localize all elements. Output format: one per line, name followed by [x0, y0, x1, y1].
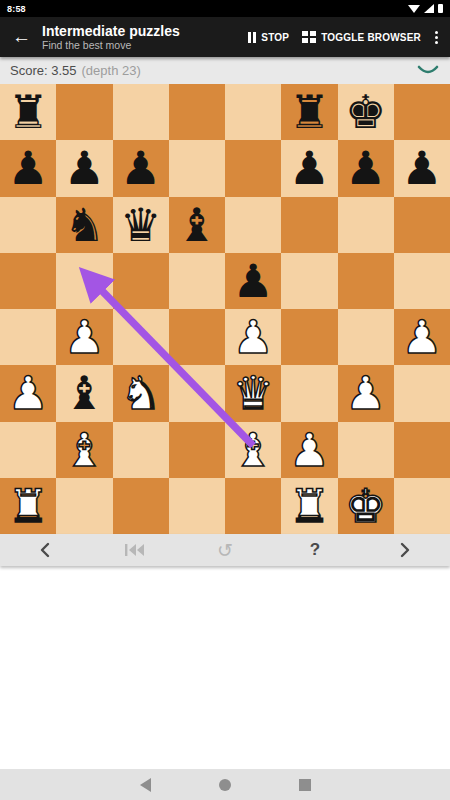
clock: 8:58	[7, 4, 26, 14]
square-f8[interactable]: ♜	[281, 84, 337, 140]
square-h5[interactable]	[394, 253, 450, 309]
grid-icon	[302, 31, 316, 43]
square-g2[interactable]	[338, 422, 394, 478]
square-b5[interactable]	[56, 253, 112, 309]
white-pawn: ♟	[338, 365, 394, 421]
back-arrow-icon[interactable]: ←	[12, 26, 42, 48]
app-bar-titles: Intermediate puzzles Find the best move	[42, 23, 235, 51]
white-pawn: ♟	[394, 309, 450, 365]
stop-button-label: STOP	[261, 32, 289, 43]
square-h1[interactable]	[394, 478, 450, 534]
black-bishop: ♝	[56, 365, 112, 421]
page-subtitle: Find the best move	[42, 39, 235, 51]
square-b3[interactable]: ♝	[56, 365, 112, 421]
square-c4[interactable]	[113, 309, 169, 365]
square-b6[interactable]: ♞	[56, 197, 112, 253]
white-pawn: ♟	[225, 309, 281, 365]
square-f3[interactable]	[281, 365, 337, 421]
square-f1[interactable]: ♜	[281, 478, 337, 534]
score-bar: Score: 3.55 (depth 23)	[0, 57, 450, 84]
android-back-icon[interactable]	[140, 778, 151, 792]
white-bishop: ♝	[225, 422, 281, 478]
square-h2[interactable]	[394, 422, 450, 478]
square-c6[interactable]: ♛	[113, 197, 169, 253]
chess-board[interactable]: ♜♜♚♟♟♟♟♟♟♞♛♝♟♟♟♟♟♝♞♛♟♝♝♟♜♜♚	[0, 84, 450, 534]
square-b2[interactable]: ♝	[56, 422, 112, 478]
square-h4[interactable]: ♟	[394, 309, 450, 365]
square-g7[interactable]: ♟	[338, 140, 394, 196]
square-e1[interactable]	[225, 478, 281, 534]
phone-screen: 8:58 ← Intermediate puzzles Find the bes…	[0, 0, 450, 800]
square-a5[interactable]	[0, 253, 56, 309]
undo-button[interactable]: ↺	[180, 534, 270, 566]
black-bishop: ♝	[169, 197, 225, 253]
hint-icon: ?	[310, 540, 320, 560]
square-b8[interactable]	[56, 84, 112, 140]
square-d6[interactable]: ♝	[169, 197, 225, 253]
square-c2[interactable]	[113, 422, 169, 478]
black-rook: ♜	[0, 84, 56, 140]
toggle-browser-label: TOGGLE BROWSER	[321, 32, 421, 43]
square-g1[interactable]: ♚	[338, 478, 394, 534]
square-a1[interactable]: ♜	[0, 478, 56, 534]
expand-chevron-icon[interactable]	[416, 65, 440, 77]
square-g5[interactable]	[338, 253, 394, 309]
white-knight: ♞	[113, 365, 169, 421]
square-d8[interactable]	[169, 84, 225, 140]
black-queen: ♛	[113, 197, 169, 253]
square-b4[interactable]: ♟	[56, 309, 112, 365]
square-f6[interactable]	[281, 197, 337, 253]
board-container: ♜♜♚♟♟♟♟♟♟♞♛♝♟♟♟♟♟♝♞♛♟♝♝♟♜♜♚	[0, 84, 450, 534]
skip-to-start-button[interactable]	[90, 534, 180, 566]
square-a3[interactable]: ♟	[0, 365, 56, 421]
square-d7[interactable]	[169, 140, 225, 196]
stop-button[interactable]: STOP	[248, 32, 289, 43]
square-c3[interactable]: ♞	[113, 365, 169, 421]
black-king: ♚	[338, 84, 394, 140]
white-pawn: ♟	[281, 422, 337, 478]
overflow-menu-button[interactable]	[433, 29, 440, 46]
pause-icon	[248, 32, 256, 43]
square-e7[interactable]	[225, 140, 281, 196]
white-queen: ♛	[225, 365, 281, 421]
app-bar: ← Intermediate puzzles Find the best mov…	[0, 17, 450, 57]
square-e5[interactable]: ♟	[225, 253, 281, 309]
square-g4[interactable]	[338, 309, 394, 365]
next-move-button[interactable]	[360, 534, 450, 566]
square-c5[interactable]	[113, 253, 169, 309]
black-pawn: ♟	[338, 140, 394, 196]
black-knight: ♞	[56, 197, 112, 253]
black-pawn: ♟	[225, 253, 281, 309]
white-bishop: ♝	[56, 422, 112, 478]
android-home-icon[interactable]	[219, 779, 231, 791]
square-e3[interactable]: ♛	[225, 365, 281, 421]
android-nav-bar	[0, 769, 450, 800]
square-d1[interactable]	[169, 478, 225, 534]
square-a7[interactable]: ♟	[0, 140, 56, 196]
square-c8[interactable]	[113, 84, 169, 140]
white-rook: ♜	[281, 478, 337, 534]
square-d2[interactable]	[169, 422, 225, 478]
white-pawn: ♟	[56, 309, 112, 365]
hint-button[interactable]: ?	[270, 534, 360, 566]
android-recents-icon[interactable]	[299, 779, 311, 791]
square-g6[interactable]	[338, 197, 394, 253]
black-pawn: ♟	[394, 140, 450, 196]
square-e6[interactable]	[225, 197, 281, 253]
battery-icon	[438, 4, 443, 13]
square-h8[interactable]	[394, 84, 450, 140]
square-a4[interactable]	[0, 309, 56, 365]
white-rook: ♜	[0, 478, 56, 534]
square-h6[interactable]	[394, 197, 450, 253]
square-h3[interactable]	[394, 365, 450, 421]
square-d5[interactable]	[169, 253, 225, 309]
square-b1[interactable]	[56, 478, 112, 534]
square-e2[interactable]: ♝	[225, 422, 281, 478]
toggle-browser-button[interactable]: TOGGLE BROWSER	[302, 31, 421, 43]
square-c7[interactable]: ♟	[113, 140, 169, 196]
square-h7[interactable]: ♟	[394, 140, 450, 196]
square-a2[interactable]	[0, 422, 56, 478]
score-value: Score: 3.55	[10, 63, 77, 78]
square-a6[interactable]	[0, 197, 56, 253]
black-pawn: ♟	[0, 140, 56, 196]
black-rook: ♜	[281, 84, 337, 140]
status-bar: 8:58	[0, 0, 450, 17]
puzzle-control-bar: ↺ ?	[0, 534, 450, 566]
square-f5[interactable]	[281, 253, 337, 309]
white-pawn: ♟	[0, 365, 56, 421]
square-f2[interactable]: ♟	[281, 422, 337, 478]
score-depth: (depth 23)	[82, 63, 141, 78]
square-g3[interactable]: ♟	[338, 365, 394, 421]
status-icons	[408, 4, 443, 13]
square-e8[interactable]	[225, 84, 281, 140]
square-e4[interactable]: ♟	[225, 309, 281, 365]
black-pawn: ♟	[113, 140, 169, 196]
page-title: Intermediate puzzles	[42, 23, 235, 39]
previous-move-button[interactable]	[0, 534, 90, 566]
undo-icon: ↺	[217, 539, 233, 562]
signal-icon	[424, 4, 434, 13]
square-d3[interactable]	[169, 365, 225, 421]
square-a8[interactable]: ♜	[0, 84, 56, 140]
square-f4[interactable]	[281, 309, 337, 365]
black-pawn: ♟	[281, 140, 337, 196]
square-c1[interactable]	[113, 478, 169, 534]
square-f7[interactable]: ♟	[281, 140, 337, 196]
white-king: ♚	[338, 478, 394, 534]
black-pawn: ♟	[56, 140, 112, 196]
square-d4[interactable]	[169, 309, 225, 365]
content-area	[0, 566, 450, 769]
wifi-icon	[408, 5, 420, 13]
square-b7[interactable]: ♟	[56, 140, 112, 196]
square-g8[interactable]: ♚	[338, 84, 394, 140]
